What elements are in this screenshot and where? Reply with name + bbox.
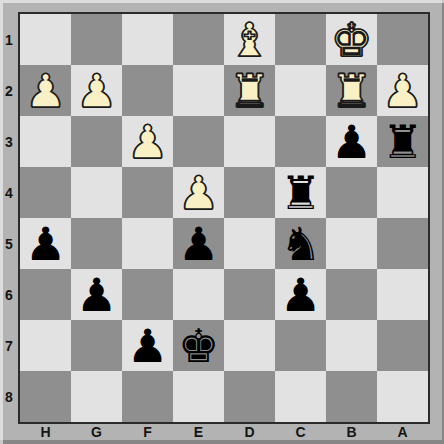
square-h8[interactable] bbox=[20, 371, 71, 422]
black-pawn-icon[interactable]: ♟ bbox=[71, 269, 122, 320]
square-f1[interactable] bbox=[122, 14, 173, 65]
square-d7[interactable] bbox=[224, 320, 275, 371]
square-g4[interactable] bbox=[71, 167, 122, 218]
square-g5[interactable] bbox=[71, 218, 122, 269]
square-g1[interactable] bbox=[71, 14, 122, 65]
white-king-icon[interactable]: ♚ bbox=[326, 14, 377, 65]
square-c2[interactable] bbox=[275, 65, 326, 116]
square-g2[interactable]: ♟ bbox=[71, 65, 122, 116]
square-d4[interactable] bbox=[224, 167, 275, 218]
square-a1[interactable] bbox=[377, 14, 428, 65]
black-pawn-icon[interactable]: ♟ bbox=[275, 269, 326, 320]
black-rook-icon[interactable]: ♜ bbox=[275, 167, 326, 218]
white-pawn-icon[interactable]: ♟ bbox=[20, 65, 71, 116]
square-h6[interactable] bbox=[20, 269, 71, 320]
square-e6[interactable] bbox=[173, 269, 224, 320]
square-f2[interactable] bbox=[122, 65, 173, 116]
black-pawn-icon[interactable]: ♟ bbox=[122, 320, 173, 371]
square-e8[interactable] bbox=[173, 371, 224, 422]
white-rook-icon[interactable]: ♜ bbox=[326, 65, 377, 116]
file-label-a: A bbox=[377, 423, 428, 441]
rank-label-5: 5 bbox=[0, 218, 18, 269]
square-d1[interactable]: ♝ bbox=[224, 14, 275, 65]
square-f3[interactable]: ♟ bbox=[122, 116, 173, 167]
chess-diagram-panel: 12345678 ♝♚♟♟♜♜♟♟♟♜♟♜♟♟♞♟♟♟♚ HGFEDCBA bbox=[0, 0, 444, 444]
square-h5[interactable]: ♟ bbox=[20, 218, 71, 269]
square-b7[interactable] bbox=[326, 320, 377, 371]
square-g6[interactable]: ♟ bbox=[71, 269, 122, 320]
white-pawn-icon[interactable]: ♟ bbox=[122, 116, 173, 167]
square-e7[interactable]: ♚ bbox=[173, 320, 224, 371]
file-label-h: H bbox=[20, 423, 71, 441]
square-h4[interactable] bbox=[20, 167, 71, 218]
square-b8[interactable] bbox=[326, 371, 377, 422]
white-pawn-icon[interactable]: ♟ bbox=[71, 65, 122, 116]
square-f7[interactable]: ♟ bbox=[122, 320, 173, 371]
square-e5[interactable]: ♟ bbox=[173, 218, 224, 269]
file-label-d: D bbox=[224, 423, 275, 441]
square-a7[interactable] bbox=[377, 320, 428, 371]
square-c7[interactable] bbox=[275, 320, 326, 371]
square-b1[interactable]: ♚ bbox=[326, 14, 377, 65]
square-b3[interactable]: ♟ bbox=[326, 116, 377, 167]
white-rook-icon[interactable]: ♜ bbox=[224, 65, 275, 116]
rank-label-7: 7 bbox=[0, 320, 18, 371]
square-a5[interactable] bbox=[377, 218, 428, 269]
black-rook-icon[interactable]: ♜ bbox=[377, 116, 428, 167]
rank-label-3: 3 bbox=[0, 116, 18, 167]
square-h7[interactable] bbox=[20, 320, 71, 371]
chess-board[interactable]: ♝♚♟♟♜♜♟♟♟♜♟♜♟♟♞♟♟♟♚ bbox=[18, 12, 430, 424]
square-e1[interactable] bbox=[173, 14, 224, 65]
square-c4[interactable]: ♜ bbox=[275, 167, 326, 218]
square-g3[interactable] bbox=[71, 116, 122, 167]
white-bishop-icon[interactable]: ♝ bbox=[224, 14, 275, 65]
square-d8[interactable] bbox=[224, 371, 275, 422]
square-f5[interactable] bbox=[122, 218, 173, 269]
square-e4[interactable]: ♟ bbox=[173, 167, 224, 218]
black-pawn-icon[interactable]: ♟ bbox=[326, 116, 377, 167]
square-c3[interactable] bbox=[275, 116, 326, 167]
square-d5[interactable] bbox=[224, 218, 275, 269]
square-d3[interactable] bbox=[224, 116, 275, 167]
square-a8[interactable] bbox=[377, 371, 428, 422]
square-c5[interactable]: ♞ bbox=[275, 218, 326, 269]
white-pawn-icon[interactable]: ♟ bbox=[173, 167, 224, 218]
file-label-e: E bbox=[173, 423, 224, 441]
square-c8[interactable] bbox=[275, 371, 326, 422]
rank-label-8: 8 bbox=[0, 371, 18, 422]
rank-labels-column: 12345678 bbox=[0, 14, 18, 422]
file-label-g: G bbox=[71, 423, 122, 441]
black-pawn-icon[interactable]: ♟ bbox=[173, 218, 224, 269]
file-label-b: B bbox=[326, 423, 377, 441]
square-f8[interactable] bbox=[122, 371, 173, 422]
rank-label-1: 1 bbox=[0, 14, 18, 65]
square-a6[interactable] bbox=[377, 269, 428, 320]
square-g7[interactable] bbox=[71, 320, 122, 371]
square-f4[interactable] bbox=[122, 167, 173, 218]
square-b5[interactable] bbox=[326, 218, 377, 269]
white-pawn-icon[interactable]: ♟ bbox=[377, 65, 428, 116]
black-knight-icon[interactable]: ♞ bbox=[275, 218, 326, 269]
black-king-icon[interactable]: ♚ bbox=[173, 320, 224, 371]
file-label-c: C bbox=[275, 423, 326, 441]
file-labels-row: HGFEDCBA bbox=[20, 423, 428, 441]
square-h1[interactable] bbox=[20, 14, 71, 65]
square-g8[interactable] bbox=[71, 371, 122, 422]
square-e2[interactable] bbox=[173, 65, 224, 116]
square-a4[interactable] bbox=[377, 167, 428, 218]
rank-label-4: 4 bbox=[0, 167, 18, 218]
file-label-f: F bbox=[122, 423, 173, 441]
square-c1[interactable] bbox=[275, 14, 326, 65]
square-a3[interactable]: ♜ bbox=[377, 116, 428, 167]
square-b4[interactable] bbox=[326, 167, 377, 218]
square-d6[interactable] bbox=[224, 269, 275, 320]
rank-label-2: 2 bbox=[0, 65, 18, 116]
square-h2[interactable]: ♟ bbox=[20, 65, 71, 116]
rank-label-6: 6 bbox=[0, 269, 18, 320]
square-b2[interactable]: ♜ bbox=[326, 65, 377, 116]
square-b6[interactable] bbox=[326, 269, 377, 320]
square-e3[interactable] bbox=[173, 116, 224, 167]
square-c6[interactable]: ♟ bbox=[275, 269, 326, 320]
square-h3[interactable] bbox=[20, 116, 71, 167]
square-a2[interactable]: ♟ bbox=[377, 65, 428, 116]
square-f6[interactable] bbox=[122, 269, 173, 320]
black-pawn-icon[interactable]: ♟ bbox=[20, 218, 71, 269]
square-d2[interactable]: ♜ bbox=[224, 65, 275, 116]
